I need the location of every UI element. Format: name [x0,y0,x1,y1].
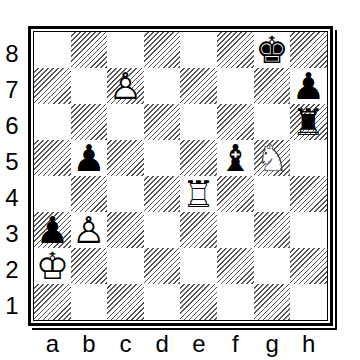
file-label-g: g [254,331,291,357]
piece-black-king: ♚ [254,32,291,68]
square-g3[interactable] [254,212,291,248]
square-d8[interactable] [144,32,181,68]
white-knight-silhouette: ♞ [254,140,291,176]
square-d7[interactable] [144,68,181,104]
square-f5[interactable]: ♝♝ [217,140,254,176]
square-c5[interactable] [107,140,144,176]
square-b8[interactable] [71,32,108,68]
square-d6[interactable] [144,104,181,140]
square-f6[interactable] [217,104,254,140]
piece-black-pawn: ♟ [71,140,108,176]
square-a8[interactable] [34,32,71,68]
square-b6[interactable] [71,104,108,140]
file-label-a: a [34,331,71,357]
square-c7[interactable]: ♟♙ [107,68,144,104]
square-h3[interactable] [290,212,327,248]
rank-label-4: 4 [0,180,24,216]
square-f2[interactable] [217,248,254,284]
square-b1[interactable] [71,284,108,320]
square-c3[interactable] [107,212,144,248]
square-h1[interactable] [290,284,327,320]
square-g1[interactable] [254,284,291,320]
square-g4[interactable] [254,176,291,212]
square-d4[interactable] [144,176,181,212]
square-h7[interactable]: ♟♟ [290,68,327,104]
square-c1[interactable] [107,284,144,320]
piece-white-pawn: ♙ [107,68,144,104]
board-inner-line: ♚♚♟♙♟♟♜♜♟♟♝♝♞♘♜♖♟♟♟♙♚♔ [33,31,328,321]
black-pawn-silhouette: ♟ [34,212,71,248]
square-a2[interactable]: ♚♔ [34,248,71,284]
square-a4[interactable] [34,176,71,212]
square-e7[interactable] [180,68,217,104]
piece-black-rook: ♜ [290,104,327,140]
black-bishop-silhouette: ♝ [217,140,254,176]
square-e5[interactable] [180,140,217,176]
square-a3[interactable]: ♟♟ [34,212,71,248]
square-g6[interactable] [254,104,291,140]
square-e6[interactable] [180,104,217,140]
square-h2[interactable] [290,248,327,284]
square-e3[interactable] [180,212,217,248]
rank-label-7: 7 [0,72,24,108]
page: { "game": "chess", "position": { "fen": … [0,0,360,360]
white-king-silhouette: ♚ [34,248,71,284]
square-f3[interactable] [217,212,254,248]
rank-label-1: 1 [0,288,24,324]
square-g7[interactable] [254,68,291,104]
white-pawn-silhouette: ♟ [107,68,144,104]
square-a7[interactable] [34,68,71,104]
file-label-b: b [71,331,108,357]
piece-white-pawn: ♙ [71,212,108,248]
rank-labels: 87654321 [0,36,24,324]
square-b2[interactable] [71,248,108,284]
square-e8[interactable] [180,32,217,68]
black-pawn-silhouette: ♟ [290,68,327,104]
rank-label-3: 3 [0,216,24,252]
rank-label-6: 6 [0,108,24,144]
square-e1[interactable] [180,284,217,320]
square-g8[interactable]: ♚♚ [254,32,291,68]
square-e2[interactable] [180,248,217,284]
square-f7[interactable] [217,68,254,104]
square-d2[interactable] [144,248,181,284]
black-pawn-silhouette: ♟ [71,140,108,176]
piece-white-knight: ♘ [254,140,291,176]
file-label-h: h [290,331,327,357]
square-h8[interactable] [290,32,327,68]
piece-white-king: ♔ [34,248,71,284]
square-c4[interactable] [107,176,144,212]
square-h4[interactable] [290,176,327,212]
white-pawn-silhouette: ♟ [71,212,108,248]
rank-label-2: 2 [0,252,24,288]
square-a1[interactable] [34,284,71,320]
square-h6[interactable]: ♜♜ [290,104,327,140]
square-d3[interactable] [144,212,181,248]
file-label-d: d [144,331,181,357]
square-f1[interactable] [217,284,254,320]
black-king-silhouette: ♚ [254,32,291,68]
square-h5[interactable] [290,140,327,176]
square-c2[interactable] [107,248,144,284]
square-b4[interactable] [71,176,108,212]
square-b5[interactable]: ♟♟ [71,140,108,176]
piece-black-bishop: ♝ [217,140,254,176]
rank-label-5: 5 [0,144,24,180]
board-frame: ♚♚♟♙♟♟♜♜♟♟♝♝♞♘♜♖♟♟♟♙♚♔ [28,26,333,326]
square-c8[interactable] [107,32,144,68]
file-label-e: e [181,331,218,357]
piece-white-rook: ♖ [180,176,217,212]
piece-black-pawn: ♟ [290,68,327,104]
square-g2[interactable] [254,248,291,284]
chess-diagram: 87654321 ♚♚♟♙♟♟♜♜♟♟♝♝♞♘♜♖♟♟♟♙♚♔ abcdefgh [0,0,360,360]
file-label-c: c [107,331,144,357]
square-d5[interactable] [144,140,181,176]
rank-label-8: 8 [0,36,24,72]
square-f4[interactable] [217,176,254,212]
file-labels: abcdefgh [34,331,327,357]
square-d1[interactable] [144,284,181,320]
square-c6[interactable] [107,104,144,140]
chess-board: ♚♚♟♙♟♟♜♜♟♟♝♝♞♘♜♖♟♟♟♙♚♔ [34,32,327,320]
square-a5[interactable] [34,140,71,176]
file-label-f: f [217,331,254,357]
square-b3[interactable]: ♟♙ [71,212,108,248]
piece-black-pawn: ♟ [34,212,71,248]
square-e4[interactable]: ♜♖ [180,176,217,212]
black-rook-silhouette: ♜ [290,104,327,140]
square-a6[interactable] [34,104,71,140]
square-g5[interactable]: ♞♘ [254,140,291,176]
square-f8[interactable] [217,32,254,68]
square-b7[interactable] [71,68,108,104]
white-rook-silhouette: ♜ [180,176,217,212]
